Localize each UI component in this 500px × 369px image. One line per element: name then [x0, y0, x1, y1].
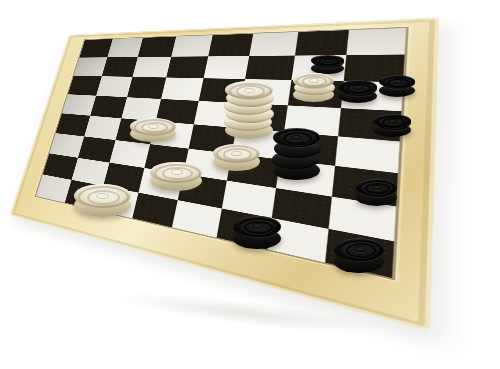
- pieces-layer: [0, 0, 500, 369]
- checker-white[interactable]: [74, 184, 131, 217]
- checker-white-stack-5[interactable]: [225, 81, 273, 139]
- checker-black[interactable]: [311, 55, 344, 74]
- disc-face: [373, 114, 411, 128]
- ring-detail: [309, 78, 319, 83]
- checker-black-stack-3[interactable]: [273, 128, 320, 180]
- checker-white[interactable]: [150, 162, 202, 191]
- disc-face: [379, 75, 415, 88]
- disc-face: [356, 179, 397, 196]
- disc-face: [311, 55, 344, 66]
- ring-detail: [353, 85, 362, 89]
- checker-black[interactable]: [338, 80, 377, 103]
- ring-detail: [291, 135, 302, 140]
- ring-detail: [354, 246, 366, 252]
- checker-white[interactable]: [213, 144, 260, 171]
- ring-detail: [244, 88, 255, 93]
- checker-black[interactable]: [373, 114, 411, 137]
- ring-detail: [324, 59, 332, 63]
- disc-face: [74, 184, 131, 208]
- ring-detail: [372, 185, 382, 190]
- checker-black[interactable]: [356, 179, 397, 206]
- disc-face: [293, 73, 334, 88]
- checker-black[interactable]: [379, 75, 415, 97]
- ring-detail: [148, 124, 159, 129]
- disc-face: [334, 238, 384, 261]
- disc-face: [273, 128, 320, 147]
- checker-black[interactable]: [334, 238, 384, 273]
- ring-detail: [171, 169, 183, 175]
- checker-black[interactable]: [233, 216, 281, 249]
- disc-face: [233, 216, 281, 237]
- ring-detail: [393, 79, 402, 83]
- ring-detail: [231, 151, 242, 156]
- disc-face: [225, 81, 273, 99]
- disc-face: [338, 80, 377, 94]
- checker-white-stack-2[interactable]: [293, 73, 334, 102]
- disc-face: [213, 144, 260, 163]
- photo-stage: [0, 0, 500, 369]
- ring-detail: [388, 119, 397, 123]
- checker-white[interactable]: [130, 118, 176, 142]
- disc-face: [130, 118, 176, 135]
- disc-face: [150, 162, 202, 183]
